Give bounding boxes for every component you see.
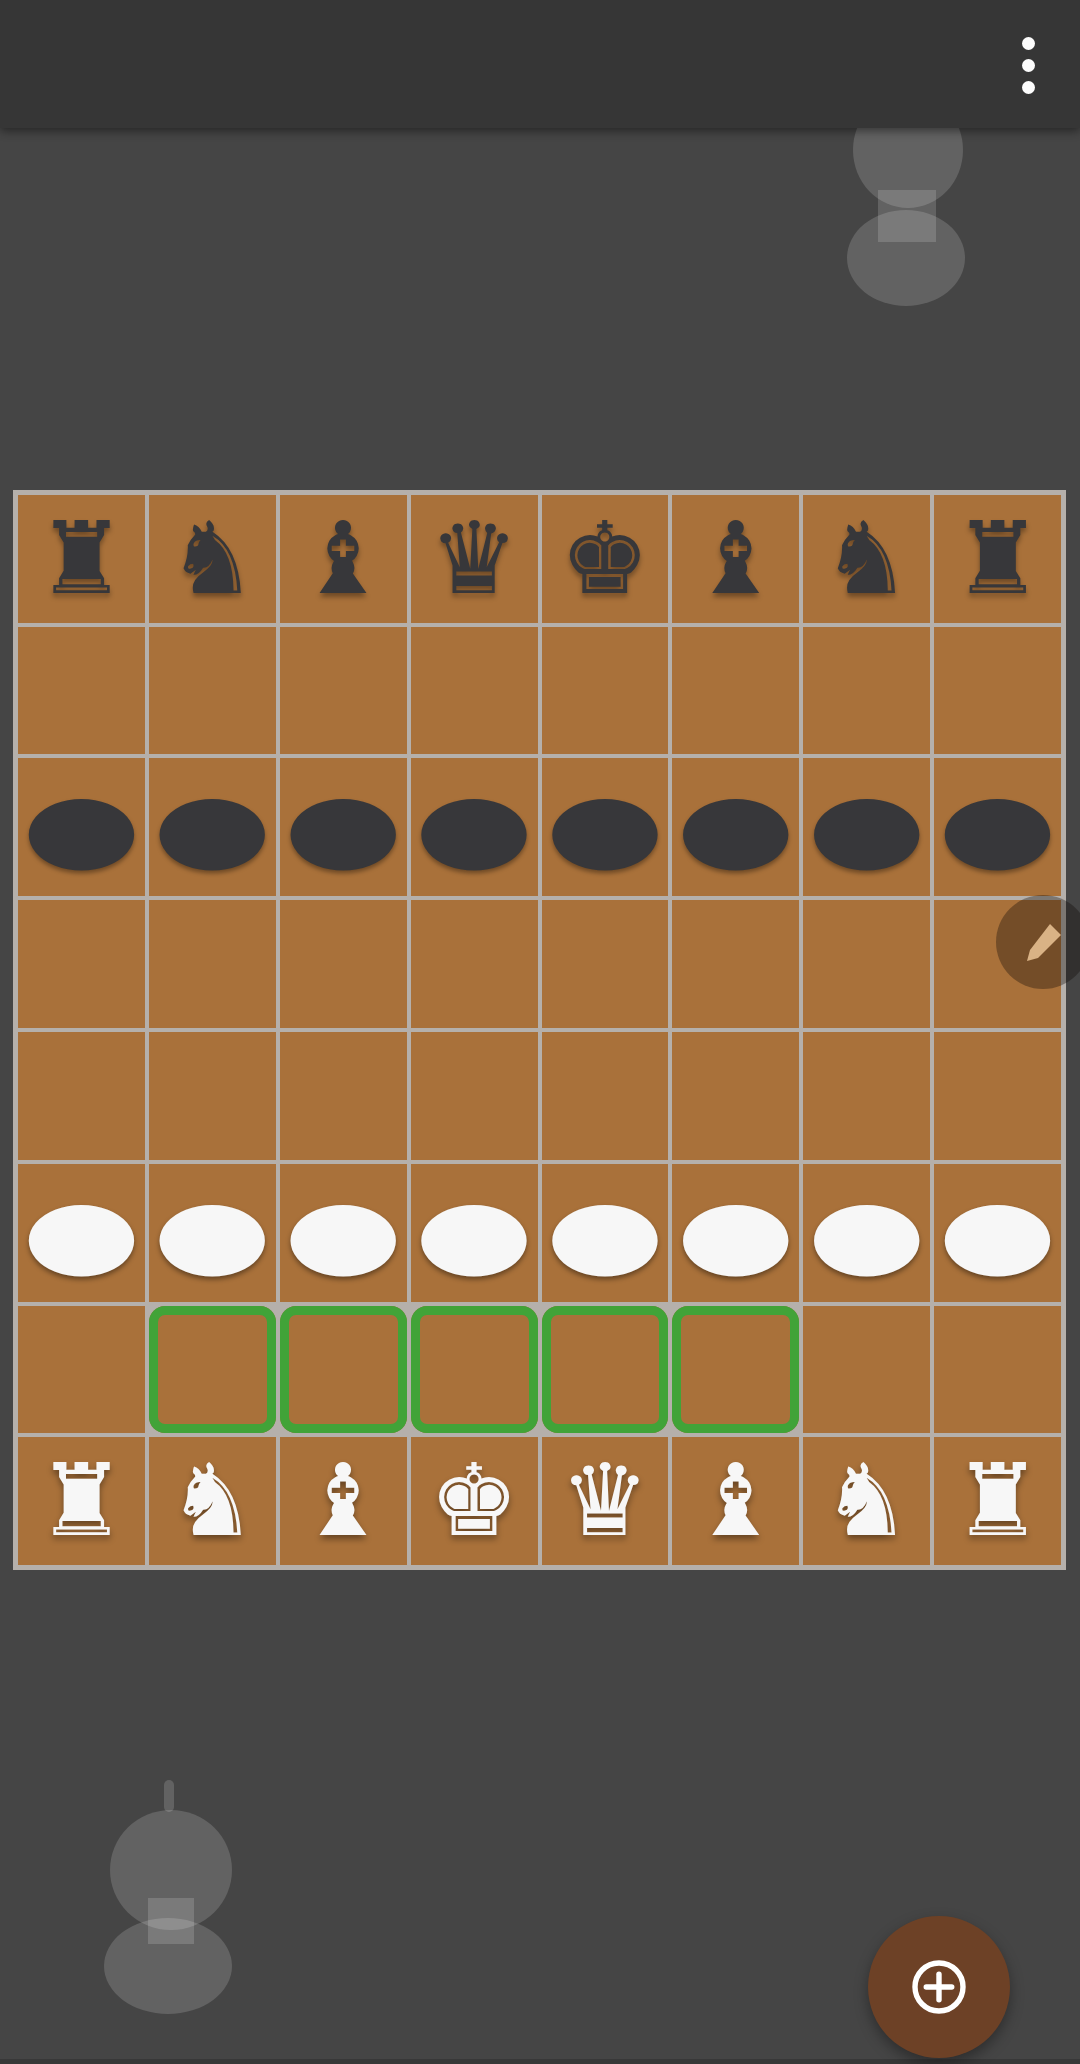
square-f3[interactable]: ● <box>672 1164 799 1302</box>
square-c7[interactable] <box>280 627 407 755</box>
ghost-piece-top-right <box>838 128 978 308</box>
kebab-menu-icon <box>1022 37 1035 50</box>
piece-white-queen: ♛ <box>560 1451 650 1551</box>
square-d8[interactable]: ♛ <box>411 495 538 623</box>
square-a1[interactable]: ♜ <box>18 1437 145 1565</box>
square-d1[interactable]: ♚ <box>411 1437 538 1565</box>
app-screen: ♜♞♝♛♚♝♞♜●●●●●●●●●●●●●●●●♜♞♝♚♛♝♞♜ <box>0 0 1080 2064</box>
square-b4[interactable] <box>149 1032 276 1160</box>
piece-black-knight: ♞ <box>167 509 257 609</box>
square-e2[interactable] <box>542 1306 669 1434</box>
piece-black-pawn: ● <box>152 780 272 874</box>
square-a7[interactable] <box>18 627 145 755</box>
makruk-board: ♜♞♝♛♚♝♞♜●●●●●●●●●●●●●●●●♜♞♝♚♛♝♞♜ <box>13 490 1066 1570</box>
kebab-menu-icon <box>1022 81 1035 94</box>
top-app-bar <box>0 0 1080 128</box>
square-b6[interactable]: ● <box>149 758 276 896</box>
square-g7[interactable] <box>803 627 930 755</box>
square-g2[interactable] <box>803 1306 930 1434</box>
piece-black-pawn: ● <box>676 780 796 874</box>
square-c4[interactable] <box>280 1032 407 1160</box>
piece-black-pawn: ● <box>806 780 926 874</box>
square-f2[interactable] <box>672 1306 799 1434</box>
piece-white-knight: ♞ <box>822 1451 912 1551</box>
piece-white-pawn: ● <box>283 1186 403 1280</box>
square-b7[interactable] <box>149 627 276 755</box>
add-circle-icon <box>903 1951 975 2023</box>
square-e4[interactable] <box>542 1032 669 1160</box>
pencil-icon <box>1019 918 1067 966</box>
square-f6[interactable]: ● <box>672 758 799 896</box>
square-h2[interactable] <box>934 1306 1061 1434</box>
ghost-piece-bottom-left <box>98 1778 248 2016</box>
piece-black-pawn: ● <box>21 780 141 874</box>
square-f1[interactable]: ♝ <box>672 1437 799 1565</box>
piece-black-pawn: ● <box>545 780 665 874</box>
piece-black-bishop: ♝ <box>298 509 388 609</box>
piece-white-pawn: ● <box>676 1186 796 1280</box>
square-c8[interactable]: ♝ <box>280 495 407 623</box>
square-h8[interactable]: ♜ <box>934 495 1061 623</box>
piece-white-knight: ♞ <box>167 1451 257 1551</box>
square-b1[interactable]: ♞ <box>149 1437 276 1565</box>
piece-black-rook: ♜ <box>953 509 1043 609</box>
square-f7[interactable] <box>672 627 799 755</box>
screen-bottom-edge <box>0 2059 1080 2064</box>
kebab-menu-icon <box>1022 59 1035 72</box>
square-g3[interactable]: ● <box>803 1164 930 1302</box>
square-d3[interactable]: ● <box>411 1164 538 1302</box>
square-b2[interactable] <box>149 1306 276 1434</box>
square-d5[interactable] <box>411 900 538 1028</box>
square-f5[interactable] <box>672 900 799 1028</box>
square-h4[interactable] <box>934 1032 1061 1160</box>
square-a3[interactable]: ● <box>18 1164 145 1302</box>
piece-black-pawn: ● <box>283 780 403 874</box>
square-e1[interactable]: ♛ <box>542 1437 669 1565</box>
piece-white-bishop: ♝ <box>691 1451 781 1551</box>
piece-black-bishop: ♝ <box>691 509 781 609</box>
edit-button[interactable] <box>996 895 1080 989</box>
square-h6[interactable]: ● <box>934 758 1061 896</box>
piece-white-rook: ♜ <box>953 1451 1043 1551</box>
square-c1[interactable]: ♝ <box>280 1437 407 1565</box>
piece-black-pawn: ● <box>414 780 534 874</box>
square-b3[interactable]: ● <box>149 1164 276 1302</box>
square-g5[interactable] <box>803 900 930 1028</box>
square-d7[interactable] <box>411 627 538 755</box>
square-g4[interactable] <box>803 1032 930 1160</box>
square-e7[interactable] <box>542 627 669 755</box>
piece-white-bishop: ♝ <box>298 1451 388 1551</box>
piece-black-queen: ♛ <box>429 509 519 609</box>
square-b8[interactable]: ♞ <box>149 495 276 623</box>
square-d4[interactable] <box>411 1032 538 1160</box>
piece-white-pawn: ● <box>937 1186 1057 1280</box>
square-a2[interactable] <box>18 1306 145 1434</box>
piece-white-rook: ♜ <box>37 1451 127 1551</box>
piece-white-pawn: ● <box>806 1186 926 1280</box>
square-b5[interactable] <box>149 900 276 1028</box>
square-d2[interactable] <box>411 1306 538 1434</box>
overflow-menu-button[interactable] <box>1002 33 1054 97</box>
square-h7[interactable] <box>934 627 1061 755</box>
square-c2[interactable] <box>280 1306 407 1434</box>
piece-white-pawn: ● <box>21 1186 141 1280</box>
square-h3[interactable]: ● <box>934 1164 1061 1302</box>
square-e3[interactable]: ● <box>542 1164 669 1302</box>
square-e5[interactable] <box>542 900 669 1028</box>
square-a8[interactable]: ♜ <box>18 495 145 623</box>
square-c6[interactable]: ● <box>280 758 407 896</box>
piece-black-rook: ♜ <box>37 509 127 609</box>
piece-black-pawn: ● <box>937 780 1057 874</box>
square-g6[interactable]: ● <box>803 758 930 896</box>
piece-white-pawn: ● <box>545 1186 665 1280</box>
square-g1[interactable]: ♞ <box>803 1437 930 1565</box>
square-d6[interactable]: ● <box>411 758 538 896</box>
square-c5[interactable] <box>280 900 407 1028</box>
piece-white-king: ♚ <box>429 1451 519 1551</box>
square-f4[interactable] <box>672 1032 799 1160</box>
square-a6[interactable]: ● <box>18 758 145 896</box>
piece-white-pawn: ● <box>414 1186 534 1280</box>
square-a5[interactable] <box>18 900 145 1028</box>
square-e6[interactable]: ● <box>542 758 669 896</box>
piece-black-king: ♚ <box>560 509 650 609</box>
square-a4[interactable] <box>18 1032 145 1160</box>
piece-black-knight: ♞ <box>822 509 912 609</box>
square-c3[interactable]: ● <box>280 1164 407 1302</box>
square-h1[interactable]: ♜ <box>934 1437 1061 1565</box>
square-g8[interactable]: ♞ <box>803 495 930 623</box>
piece-white-pawn: ● <box>152 1186 272 1280</box>
square-e8[interactable]: ♚ <box>542 495 669 623</box>
square-f8[interactable]: ♝ <box>672 495 799 623</box>
add-fab[interactable] <box>868 1916 1010 2058</box>
